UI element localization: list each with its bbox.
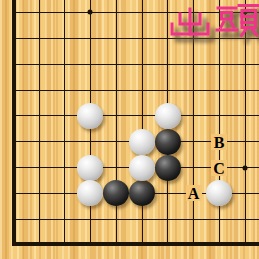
white-stone bbox=[129, 129, 155, 155]
white-stone bbox=[77, 103, 103, 129]
black-stone bbox=[103, 180, 129, 206]
grid-line-vertical bbox=[64, 0, 65, 246]
grid-line-vertical bbox=[142, 0, 143, 246]
grid-line-horizontal bbox=[12, 64, 259, 65]
white-stone bbox=[77, 155, 103, 181]
choice-label-B[interactable]: B bbox=[211, 134, 227, 150]
star-point bbox=[88, 10, 93, 15]
board-title-calligraphy bbox=[163, 0, 259, 46]
white-stone bbox=[77, 180, 103, 206]
white-stone bbox=[155, 103, 181, 129]
choice-label-A[interactable]: A bbox=[186, 185, 202, 201]
grid-line-horizontal bbox=[12, 242, 259, 246]
black-stone bbox=[155, 155, 181, 181]
choice-label-C[interactable]: C bbox=[211, 160, 227, 176]
black-stone bbox=[155, 129, 181, 155]
go-board[interactable]: ABC bbox=[0, 0, 259, 259]
title-kanji-art bbox=[163, 0, 259, 46]
star-point bbox=[243, 165, 248, 170]
grid-line-horizontal bbox=[12, 90, 259, 91]
grid-line-vertical bbox=[116, 0, 117, 246]
white-stone bbox=[206, 180, 232, 206]
black-stone bbox=[129, 180, 155, 206]
grid-line-horizontal bbox=[12, 219, 259, 220]
white-stone bbox=[129, 155, 155, 181]
grid-line-horizontal bbox=[12, 115, 259, 116]
